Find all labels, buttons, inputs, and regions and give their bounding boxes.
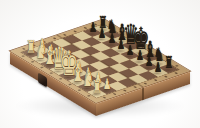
brass-pin-icon [113, 93, 117, 95]
brass-pin-icon [73, 31, 77, 33]
brass-pin-icon [43, 41, 47, 43]
brass-pin-icon [94, 24, 98, 26]
brass-pin-icon [22, 48, 26, 50]
brass-pin-icon [68, 84, 72, 86]
brass-pin-icon [103, 97, 107, 99]
brass-pin-icon [59, 78, 63, 80]
brass-pin-icon [175, 65, 179, 67]
brass-pin-icon [164, 76, 168, 78]
brass-pin-icon [84, 27, 88, 29]
brass-pin-icon [147, 48, 151, 50]
brass-pin-icon [156, 54, 160, 56]
brass-pin-icon [174, 72, 178, 74]
brass-pin-icon [119, 31, 123, 33]
brass-pin-icon [154, 79, 158, 81]
brass-pin-icon [166, 59, 170, 61]
brass-pin-icon [32, 45, 36, 47]
chess-set-photo: ♜♞♝♛♚♝♞♜♟♟♟♟♟♟♟♟♟♟♟♟♟♟♟♟♜♞♝♛♚♝♞♜ [0, 0, 200, 128]
brass-pin-icon [87, 95, 91, 97]
brass-pin-icon [128, 37, 132, 39]
hinge-seam-side [142, 88, 143, 100]
brass-pin-icon [144, 83, 148, 85]
brass-pin-icon [137, 42, 141, 44]
brass-pin-icon [21, 55, 25, 57]
brass-pin-icon [109, 25, 113, 27]
brass-pin-icon [53, 38, 57, 40]
brass-pin-icon [123, 90, 127, 92]
brass-pin-icon [40, 67, 44, 69]
brass-pin-icon [31, 61, 35, 63]
brass-pin-icon [78, 89, 82, 91]
brass-pin-icon [63, 34, 67, 36]
brass-pin-icon [133, 86, 137, 88]
brass-pin-icon [49, 72, 53, 74]
